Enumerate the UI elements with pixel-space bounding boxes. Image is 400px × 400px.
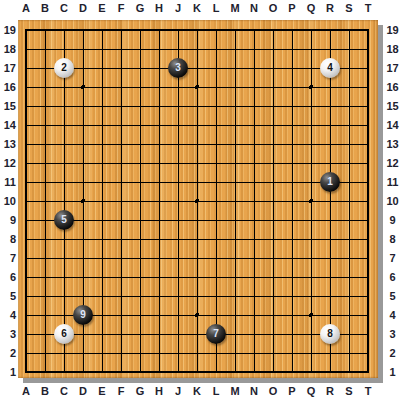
column-label: J — [169, 385, 187, 398]
row-label: 10 — [0, 195, 16, 208]
move-number: 3 — [175, 62, 181, 73]
row-label: 1 — [385, 366, 400, 379]
stone-black-1: 1 — [320, 172, 340, 192]
row-label: 7 — [385, 252, 400, 265]
column-label: F — [112, 2, 130, 15]
row-label: 9 — [385, 214, 400, 227]
column-label: D — [74, 385, 92, 398]
column-label: E — [93, 2, 111, 15]
move-number: 2 — [61, 62, 67, 73]
column-label: P — [283, 2, 301, 15]
stone-white-6: 6 — [54, 324, 74, 344]
go-board[interactable]: 123456789 — [18, 20, 378, 378]
row-label: 5 — [385, 290, 400, 303]
column-label: L — [207, 385, 225, 398]
row-label: 13 — [385, 138, 400, 151]
row-label: 18 — [385, 43, 400, 56]
column-label: Q — [302, 385, 320, 398]
column-label: L — [207, 2, 225, 15]
column-label: C — [55, 2, 73, 15]
row-label: 18 — [0, 43, 16, 56]
column-label: G — [131, 385, 149, 398]
row-label: 2 — [385, 347, 400, 360]
column-label: N — [245, 2, 263, 15]
stone-black-7: 7 — [206, 324, 226, 344]
row-label: 2 — [0, 347, 16, 360]
column-label: T — [359, 385, 377, 398]
column-label: E — [93, 385, 111, 398]
column-label: J — [169, 2, 187, 15]
column-label: K — [188, 2, 206, 15]
move-number: 9 — [80, 309, 86, 320]
column-label: G — [131, 2, 149, 15]
column-label: R — [321, 2, 339, 15]
row-label: 14 — [385, 119, 400, 132]
column-label: R — [321, 385, 339, 398]
row-label: 10 — [385, 195, 400, 208]
row-label: 1 — [0, 366, 16, 379]
column-label: A — [17, 2, 35, 15]
column-label: O — [264, 385, 282, 398]
move-number: 1 — [327, 176, 333, 187]
column-label: B — [36, 385, 54, 398]
row-label: 3 — [0, 328, 16, 341]
stone-black-5: 5 — [54, 210, 74, 230]
row-label: 16 — [0, 81, 16, 94]
row-label: 4 — [385, 309, 400, 322]
star-point — [81, 85, 85, 89]
column-label: D — [74, 2, 92, 15]
column-label: N — [245, 385, 263, 398]
move-number: 4 — [327, 62, 333, 73]
column-label: O — [264, 2, 282, 15]
row-label: 12 — [0, 157, 16, 170]
row-label: 6 — [0, 271, 16, 284]
stone-white-2: 2 — [54, 58, 74, 78]
star-point — [309, 313, 313, 317]
column-label: T — [359, 2, 377, 15]
stone-white-8: 8 — [320, 324, 340, 344]
column-label: K — [188, 385, 206, 398]
column-label: M — [226, 2, 244, 15]
row-label: 12 — [385, 157, 400, 170]
row-label: 4 — [0, 309, 16, 322]
row-label: 8 — [385, 233, 400, 246]
row-label: 9 — [0, 214, 16, 227]
move-number: 5 — [61, 214, 67, 225]
column-label: Q — [302, 2, 320, 15]
move-number: 8 — [327, 328, 333, 339]
star-point — [309, 85, 313, 89]
star-point — [309, 199, 313, 203]
row-label: 6 — [385, 271, 400, 284]
star-point — [195, 85, 199, 89]
row-label: 7 — [0, 252, 16, 265]
row-label: 19 — [385, 24, 400, 37]
star-point — [195, 199, 199, 203]
column-label: A — [17, 385, 35, 398]
column-label: P — [283, 385, 301, 398]
column-label: M — [226, 385, 244, 398]
column-label: H — [150, 2, 168, 15]
row-label: 3 — [385, 328, 400, 341]
column-label: C — [55, 385, 73, 398]
stone-white-4: 4 — [320, 58, 340, 78]
row-label: 13 — [0, 138, 16, 151]
column-label: S — [340, 385, 358, 398]
row-label: 17 — [385, 62, 400, 75]
column-label: S — [340, 2, 358, 15]
column-label: F — [112, 385, 130, 398]
row-label: 8 — [0, 233, 16, 246]
row-label: 11 — [0, 176, 16, 189]
go-board-app: ABCDEFGHJKLMNOPQRST 19181716151413121110… — [0, 0, 400, 400]
row-label: 17 — [0, 62, 16, 75]
row-label: 19 — [0, 24, 16, 37]
star-point — [195, 313, 199, 317]
row-label: 16 — [385, 81, 400, 94]
move-number: 7 — [213, 328, 219, 339]
row-label: 11 — [385, 176, 400, 189]
move-number: 6 — [61, 328, 67, 339]
star-point — [81, 199, 85, 203]
row-label: 15 — [385, 100, 400, 113]
row-label: 15 — [0, 100, 16, 113]
stone-black-3: 3 — [168, 58, 188, 78]
row-label: 14 — [0, 119, 16, 132]
column-label: B — [36, 2, 54, 15]
column-label: H — [150, 385, 168, 398]
row-label: 5 — [0, 290, 16, 303]
stone-black-9: 9 — [73, 305, 93, 325]
